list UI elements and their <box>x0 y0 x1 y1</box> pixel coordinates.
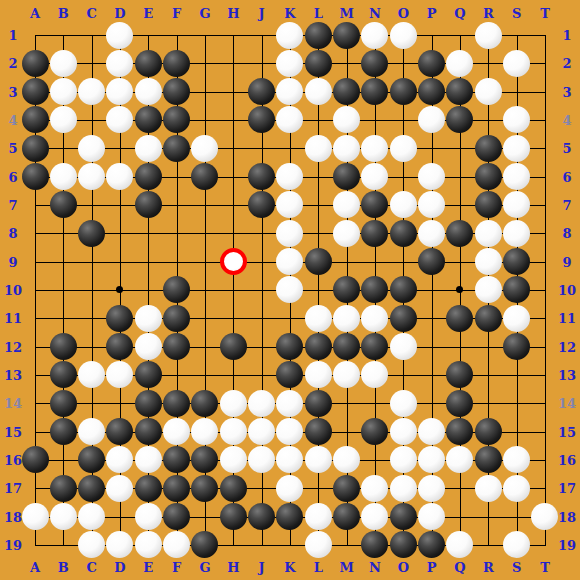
row-label-right-3: 3 <box>562 85 571 98</box>
stone-A3-black <box>22 78 49 105</box>
col-label-top-D: D <box>114 7 125 20</box>
stone-N19-black <box>361 531 388 558</box>
stone-O3-black <box>390 78 417 105</box>
stone-E17-black <box>135 475 162 502</box>
stone-L14-black <box>305 390 332 417</box>
stone-O19-black <box>390 531 417 558</box>
stone-H9-white-marked <box>220 248 247 275</box>
stone-F5-black <box>163 135 190 162</box>
stone-R9-white <box>475 248 502 275</box>
stone-E5-white <box>135 135 162 162</box>
stone-S11-white <box>503 305 530 332</box>
col-label-top-P: P <box>427 7 437 20</box>
stone-A2-black <box>22 50 49 77</box>
col-label-bottom-F: F <box>172 561 181 574</box>
col-label-top-O: O <box>398 7 409 20</box>
stone-O14-white <box>390 390 417 417</box>
stone-R11-black <box>475 305 502 332</box>
stone-E19-white <box>135 531 162 558</box>
row-label-left-2: 2 <box>8 57 17 70</box>
stone-M5-white <box>333 135 360 162</box>
stone-R1-white <box>475 22 502 49</box>
row-label-left-16: 16 <box>4 453 22 466</box>
stone-R5-black <box>475 135 502 162</box>
stone-B3-white <box>50 78 77 105</box>
row-label-right-15: 15 <box>558 425 576 438</box>
stone-O15-white <box>390 418 417 445</box>
row-label-left-8: 8 <box>8 227 17 240</box>
stone-C8-black <box>78 220 105 247</box>
stone-F19-white <box>163 531 190 558</box>
row-label-left-17: 17 <box>4 482 22 495</box>
row-label-right-11: 11 <box>558 312 576 325</box>
stone-B6-white <box>50 163 77 190</box>
stone-A6-black <box>22 163 49 190</box>
stone-A18-white <box>22 503 49 530</box>
stone-H17-black <box>220 475 247 502</box>
stone-R15-black <box>475 418 502 445</box>
row-label-left-13: 13 <box>4 368 22 381</box>
stone-O18-black <box>390 503 417 530</box>
stone-L18-white <box>305 503 332 530</box>
stone-B17-black <box>50 475 77 502</box>
stone-P8-white <box>418 220 445 247</box>
row-label-left-10: 10 <box>4 283 22 296</box>
stone-H15-white <box>220 418 247 445</box>
stone-S8-white <box>503 220 530 247</box>
stone-H18-black <box>220 503 247 530</box>
stone-E3-white <box>135 78 162 105</box>
stone-M17-black <box>333 475 360 502</box>
stone-F14-black <box>163 390 190 417</box>
col-label-top-S: S <box>512 7 521 20</box>
stone-L12-black <box>305 333 332 360</box>
stone-D19-white <box>106 531 133 558</box>
stone-E6-black <box>135 163 162 190</box>
col-label-bottom-N: N <box>369 561 381 574</box>
stone-F17-black <box>163 475 190 502</box>
row-label-right-8: 8 <box>562 227 571 240</box>
stone-K1-white <box>276 22 303 49</box>
row-label-right-16: 16 <box>558 453 576 466</box>
stone-D1-white <box>106 22 133 49</box>
row-label-right-5: 5 <box>562 142 571 155</box>
stone-R3-white <box>475 78 502 105</box>
stone-L9-black <box>305 248 332 275</box>
stone-R8-white <box>475 220 502 247</box>
row-label-right-1: 1 <box>562 29 571 42</box>
col-label-bottom-L: L <box>314 561 323 574</box>
stone-S19-white <box>503 531 530 558</box>
row-label-right-10: 10 <box>558 283 576 296</box>
stone-E11-white <box>135 305 162 332</box>
col-label-top-H: H <box>227 7 239 20</box>
stone-H12-black <box>220 333 247 360</box>
col-label-bottom-D: D <box>114 561 125 574</box>
row-label-right-13: 13 <box>558 368 576 381</box>
col-label-top-G: G <box>199 7 210 20</box>
col-label-top-A: A <box>30 7 40 20</box>
stone-P2-black <box>418 50 445 77</box>
stone-B14-black <box>50 390 77 417</box>
col-label-bottom-O: O <box>398 561 409 574</box>
col-label-bottom-B: B <box>58 561 69 574</box>
row-label-left-12: 12 <box>4 340 22 353</box>
row-label-left-14: 14 <box>4 397 22 410</box>
stone-E18-white <box>135 503 162 530</box>
stone-A16-black <box>22 446 49 473</box>
row-label-left-3: 3 <box>8 85 17 98</box>
stone-O5-white <box>390 135 417 162</box>
col-label-bottom-T: T <box>540 561 550 574</box>
stone-F11-black <box>163 305 190 332</box>
row-label-left-15: 15 <box>4 425 22 438</box>
stone-P19-black <box>418 531 445 558</box>
row-label-right-2: 2 <box>562 57 571 70</box>
row-label-right-18: 18 <box>558 510 576 523</box>
row-label-left-4: 4 <box>8 113 17 126</box>
stone-R17-white <box>475 475 502 502</box>
stone-L15-black <box>305 418 332 445</box>
col-label-bottom-Q: Q <box>454 561 465 574</box>
row-label-right-19: 19 <box>558 538 576 551</box>
stone-F2-black <box>163 50 190 77</box>
col-label-top-B: B <box>58 7 69 20</box>
col-label-bottom-S: S <box>512 561 521 574</box>
stone-E12-white <box>135 333 162 360</box>
row-label-left-9: 9 <box>8 255 17 268</box>
stone-T18-white <box>531 503 558 530</box>
stone-N1-white <box>361 22 388 49</box>
col-label-top-F: F <box>172 7 181 20</box>
col-label-top-K: K <box>284 7 295 20</box>
col-label-bottom-G: G <box>199 561 210 574</box>
stone-O1-white <box>390 22 417 49</box>
row-label-left-7: 7 <box>8 198 17 211</box>
col-label-bottom-J: J <box>259 561 265 574</box>
stone-E14-black <box>135 390 162 417</box>
row-label-right-17: 17 <box>558 482 576 495</box>
stone-L11-white <box>305 305 332 332</box>
row-label-right-4: 4 <box>562 113 571 126</box>
row-label-right-6: 6 <box>562 170 571 183</box>
col-label-top-E: E <box>143 7 153 20</box>
stone-S5-white <box>503 135 530 162</box>
stone-O11-black <box>390 305 417 332</box>
stone-L1-black <box>305 22 332 49</box>
row-label-left-1: 1 <box>8 29 17 42</box>
stone-B12-black <box>50 333 77 360</box>
row-label-left-5: 5 <box>8 142 17 155</box>
col-label-bottom-R: R <box>483 561 494 574</box>
col-label-top-L: L <box>314 7 323 20</box>
row-label-left-11: 11 <box>4 312 22 325</box>
stone-E15-black <box>135 418 162 445</box>
stone-M11-white <box>333 305 360 332</box>
stone-L5-white <box>305 135 332 162</box>
row-label-right-7: 7 <box>562 198 571 211</box>
stone-M8-white <box>333 220 360 247</box>
col-label-bottom-H: H <box>227 561 239 574</box>
col-label-top-T: T <box>540 7 550 20</box>
col-label-top-M: M <box>339 7 353 20</box>
col-label-top-J: J <box>259 7 265 20</box>
stone-L2-black <box>305 50 332 77</box>
stone-R6-black <box>475 163 502 190</box>
col-label-top-Q: Q <box>454 7 465 20</box>
col-label-bottom-E: E <box>143 561 153 574</box>
stone-J14-white <box>248 390 275 417</box>
col-label-bottom-A: A <box>30 561 40 574</box>
stone-L3-white <box>305 78 332 105</box>
stone-C19-white <box>78 531 105 558</box>
col-label-top-C: C <box>86 7 96 20</box>
stone-O8-black <box>390 220 417 247</box>
stone-B2-white <box>50 50 77 77</box>
stone-E2-black <box>135 50 162 77</box>
row-label-right-12: 12 <box>558 340 576 353</box>
col-label-bottom-C: C <box>86 561 96 574</box>
stone-G19-black <box>191 531 218 558</box>
stone-O12-white <box>390 333 417 360</box>
stone-C17-black <box>78 475 105 502</box>
stone-L19-white <box>305 531 332 558</box>
stone-S17-white <box>503 475 530 502</box>
stone-Q19-white <box>446 531 473 558</box>
col-label-bottom-M: M <box>339 561 353 574</box>
col-label-bottom-K: K <box>284 561 295 574</box>
row-label-left-19: 19 <box>4 538 22 551</box>
row-label-right-14: 14 <box>558 397 576 410</box>
stone-M1-black <box>333 22 360 49</box>
stone-A4-black <box>22 106 49 133</box>
col-label-top-N: N <box>369 7 381 20</box>
row-label-left-18: 18 <box>4 510 22 523</box>
col-label-top-R: R <box>483 7 494 20</box>
stone-B18-white <box>50 503 77 530</box>
go-board[interactable]: AABBCCDDEEFFGGHHJJKKLLMMNNOOPPQQRRSSTT11… <box>0 0 580 580</box>
row-label-left-6: 6 <box>8 170 17 183</box>
stone-O17-white <box>390 475 417 502</box>
stone-B15-black <box>50 418 77 445</box>
col-label-bottom-P: P <box>427 561 437 574</box>
stone-A5-black <box>22 135 49 162</box>
stone-H14-white <box>220 390 247 417</box>
stone-P17-white <box>418 475 445 502</box>
row-label-right-9: 9 <box>562 255 571 268</box>
stone-C5-white <box>78 135 105 162</box>
stone-S2-white <box>503 50 530 77</box>
